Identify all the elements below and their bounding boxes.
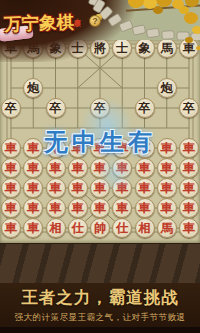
piece-red-r7c8[interactable]: 車 bbox=[179, 178, 199, 198]
piece-red-r9c8[interactable]: 車 bbox=[179, 218, 199, 238]
piece-red-r7c0[interactable]: 車 bbox=[1, 178, 21, 198]
piece-red-r5c8[interactable]: 車 bbox=[179, 138, 199, 158]
piece-red-r5c7[interactable]: 車 bbox=[157, 138, 177, 158]
piece-red-r6c2[interactable]: 車 bbox=[46, 158, 66, 178]
piece-black-r3c8[interactable]: 卒 bbox=[179, 98, 199, 118]
piece-black-r3c2[interactable]: 卒 bbox=[46, 98, 66, 118]
event-banner-text: 无中生有 bbox=[44, 126, 156, 158]
piece-red-r7c2[interactable]: 車 bbox=[46, 178, 66, 198]
piece-black-r0c7[interactable]: 馬 bbox=[157, 38, 177, 58]
piece-red-r7c3[interactable]: 車 bbox=[68, 178, 88, 198]
piece-red-r9c6[interactable]: 相 bbox=[135, 218, 155, 238]
piece-red-r8c3[interactable]: 車 bbox=[68, 198, 88, 218]
wood-floor bbox=[0, 243, 200, 286]
app-title: 万宁象棋 bbox=[4, 10, 75, 36]
piece-red-r6c3[interactable]: 車 bbox=[68, 158, 88, 178]
piece-red-r7c7[interactable]: 車 bbox=[157, 178, 177, 198]
piece-black-r2c7[interactable]: 炮 bbox=[157, 78, 177, 98]
piece-black-r0c6[interactable]: 象 bbox=[135, 38, 155, 58]
piece-black-r0c8[interactable]: 車 bbox=[179, 38, 199, 58]
piece-red-r6c8[interactable]: 車 bbox=[179, 158, 199, 178]
piece-red-r7c6[interactable]: 車 bbox=[135, 178, 155, 198]
question-icon: ? bbox=[92, 16, 98, 26]
piece-red-r9c4[interactable]: 帥 bbox=[90, 218, 110, 238]
promo-subline: 强大的计策尽显王霸之气，让对手节节败退 bbox=[0, 312, 200, 324]
piece-red-r9c7[interactable]: 馬 bbox=[157, 218, 177, 238]
piece-red-r9c0[interactable]: 車 bbox=[1, 218, 21, 238]
bottom-strip bbox=[0, 327, 200, 333]
piece-red-r6c7[interactable]: 車 bbox=[157, 158, 177, 178]
edition-seal: 大师版 bbox=[74, 13, 81, 16]
piece-red-r8c2[interactable]: 車 bbox=[46, 198, 66, 218]
help-button[interactable]: ? bbox=[89, 15, 101, 27]
piece-black-r3c0[interactable]: 卒 bbox=[1, 98, 21, 118]
piece-red-r8c4[interactable]: 車 bbox=[90, 198, 110, 218]
piece-red-r8c7[interactable]: 車 bbox=[157, 198, 177, 218]
piece-red-r8c6[interactable]: 車 bbox=[135, 198, 155, 218]
piece-red-r5c0[interactable]: 車 bbox=[1, 138, 21, 158]
piece-red-r9c3[interactable]: 仕 bbox=[68, 218, 88, 238]
promo-panel: 王者之力，霸道挑战 强大的计策尽显王霸之气，让对手节节败退 bbox=[0, 283, 200, 333]
ginkgo-leaves-right bbox=[184, 12, 198, 24]
piece-red-r8c0[interactable]: 車 bbox=[1, 198, 21, 218]
app-root: 車馬象士將士象馬車炮炮卒卒卒卒卒車車車車車車車車車車車車車車車車車車車車車車車車… bbox=[0, 0, 200, 333]
header-scene: 万宁象棋 大师版 ? bbox=[0, 0, 200, 40]
piece-red-r6c0[interactable]: 車 bbox=[1, 158, 21, 178]
promo-headline: 王者之力，霸道挑战 bbox=[0, 287, 200, 309]
piece-red-r9c2[interactable]: 相 bbox=[46, 218, 66, 238]
piece-red-r8c8[interactable]: 車 bbox=[179, 198, 199, 218]
